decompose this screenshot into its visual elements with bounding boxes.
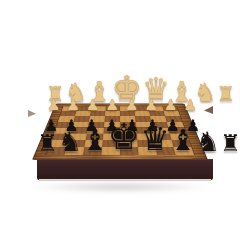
piece-cell-a1: ♜ [216, 84, 235, 105]
white-pawn[interactable]: ♟ [86, 98, 99, 113]
piece-cell-b1: ♞ [194, 80, 216, 105]
white-pawn[interactable]: ♟ [164, 98, 177, 113]
black-bishop[interactable]: ♝ [170, 126, 196, 155]
pieces-layer: ♜♞♝♚♛♝♞♜♟♟♟♟♟♟♟♟♟♟♟♟♟♟♟♟♜♞♝♚♛♝♞♜ [0, 0, 240, 240]
black-rook[interactable]: ♜ [220, 132, 240, 155]
white-pawn[interactable]: ♟ [106, 98, 119, 113]
white-knight[interactable]: ♞ [194, 80, 216, 105]
piece-cell-d8: ♛ [140, 122, 170, 155]
box-front-face [37, 159, 213, 180]
black-king[interactable]: ♚ [108, 119, 140, 155]
hinge-notch-left [28, 110, 36, 117]
black-knight[interactable]: ♞ [196, 128, 220, 155]
white-pawn[interactable]: ♟ [184, 98, 197, 113]
piece-cell-e8: ♚ [108, 119, 140, 155]
ground-shadow [28, 181, 212, 193]
piece-cell-g8: ♞ [58, 128, 82, 155]
white-pawn[interactable]: ♟ [125, 98, 138, 113]
white-rook[interactable]: ♜ [216, 84, 235, 105]
black-queen[interactable]: ♛ [140, 122, 170, 155]
white-pawn[interactable]: ♟ [145, 98, 158, 113]
product-photo-chess-set: ♜♞♝♚♛♝♞♜♟♟♟♟♟♟♟♟♟♟♟♟♟♟♟♟♜♞♝♚♛♝♞♜ [0, 0, 240, 240]
piece-cell-f8: ♝ [82, 126, 108, 155]
piece-cell-b8: ♞ [196, 128, 220, 155]
black-knight[interactable]: ♞ [58, 128, 82, 155]
piece-cell-h8: ♜ [37, 132, 58, 155]
white-pawn[interactable]: ♟ [47, 98, 60, 113]
piece-cell-c8: ♝ [170, 126, 196, 155]
piece-cell-a8: ♜ [220, 132, 240, 155]
black-bishop[interactable]: ♝ [82, 126, 108, 155]
white-pawn[interactable]: ♟ [67, 98, 80, 113]
hinge-notch-right [204, 106, 213, 114]
black-rook[interactable]: ♜ [37, 132, 58, 155]
